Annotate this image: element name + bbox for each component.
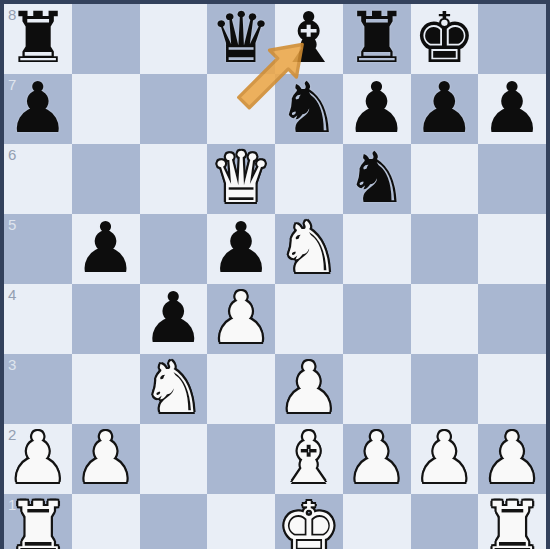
square-b7[interactable]: [72, 74, 140, 144]
square-c2[interactable]: [140, 424, 208, 494]
rank-label: 4: [8, 287, 16, 302]
chess-board: 8♜♛♝♜♚7♟♞♟♟♟6♛♞5♟♟♞4♟♟3♞♟2♟♟♝♟♟♟1a♜bcde♚…: [0, 0, 550, 549]
square-b1[interactable]: b: [72, 494, 140, 549]
square-a4[interactable]: 4: [4, 284, 72, 354]
black-pawn[interactable]: ♟: [413, 73, 476, 143]
rank-label: 6: [8, 147, 16, 162]
square-a1[interactable]: 1a♜: [4, 494, 72, 549]
black-pawn[interactable]: ♟: [74, 213, 137, 283]
black-king[interactable]: ♚: [413, 3, 476, 73]
white-bishop[interactable]: ♝: [277, 423, 340, 493]
black-pawn[interactable]: ♟: [345, 73, 408, 143]
black-knight[interactable]: ♞: [277, 73, 340, 143]
square-e5[interactable]: ♞: [275, 214, 343, 284]
square-d5[interactable]: ♟: [207, 214, 275, 284]
square-c7[interactable]: [140, 74, 208, 144]
square-g7[interactable]: ♟: [411, 74, 479, 144]
square-e3[interactable]: ♟: [275, 354, 343, 424]
square-d8[interactable]: ♛: [207, 4, 275, 74]
square-f5[interactable]: [343, 214, 411, 284]
square-g1[interactable]: g: [411, 494, 479, 549]
black-queen[interactable]: ♛: [210, 3, 273, 73]
board-grid: 8♜♛♝♜♚7♟♞♟♟♟6♛♞5♟♟♞4♟♟3♞♟2♟♟♝♟♟♟1a♜bcde♚…: [4, 4, 546, 545]
square-f2[interactable]: ♟: [343, 424, 411, 494]
black-bishop[interactable]: ♝: [277, 3, 340, 73]
square-h6[interactable]: [478, 144, 546, 214]
square-b5[interactable]: ♟: [72, 214, 140, 284]
white-pawn[interactable]: ♟: [210, 283, 273, 353]
square-c8[interactable]: [140, 4, 208, 74]
square-h4[interactable]: [478, 284, 546, 354]
square-h1[interactable]: h♜: [478, 494, 546, 549]
square-c6[interactable]: [140, 144, 208, 214]
square-c1[interactable]: c: [140, 494, 208, 549]
black-pawn[interactable]: ♟: [142, 283, 205, 353]
square-b6[interactable]: [72, 144, 140, 214]
square-b4[interactable]: [72, 284, 140, 354]
square-b8[interactable]: [72, 4, 140, 74]
square-e1[interactable]: e♚: [275, 494, 343, 549]
white-rook[interactable]: ♜: [481, 493, 544, 549]
square-e8[interactable]: ♝: [275, 4, 343, 74]
square-d3[interactable]: [207, 354, 275, 424]
white-knight[interactable]: ♞: [277, 213, 340, 283]
square-h7[interactable]: ♟: [478, 74, 546, 144]
square-a2[interactable]: 2♟: [4, 424, 72, 494]
square-f6[interactable]: ♞: [343, 144, 411, 214]
square-a6[interactable]: 6: [4, 144, 72, 214]
square-b3[interactable]: [72, 354, 140, 424]
square-f8[interactable]: ♜: [343, 4, 411, 74]
square-d1[interactable]: d: [207, 494, 275, 549]
white-knight[interactable]: ♞: [142, 353, 205, 423]
square-a8[interactable]: 8♜: [4, 4, 72, 74]
square-d6[interactable]: ♛: [207, 144, 275, 214]
square-h8[interactable]: [478, 4, 546, 74]
square-d2[interactable]: [207, 424, 275, 494]
square-a5[interactable]: 5: [4, 214, 72, 284]
square-f7[interactable]: ♟: [343, 74, 411, 144]
white-pawn[interactable]: ♟: [481, 423, 544, 493]
square-g8[interactable]: ♚: [411, 4, 479, 74]
square-h5[interactable]: [478, 214, 546, 284]
square-g6[interactable]: [411, 144, 479, 214]
square-c3[interactable]: ♞: [140, 354, 208, 424]
square-c4[interactable]: ♟: [140, 284, 208, 354]
black-pawn[interactable]: ♟: [6, 73, 69, 143]
chess-diagram-page: 8♜♛♝♜♚7♟♞♟♟♟6♛♞5♟♟♞4♟♟3♞♟2♟♟♝♟♟♟1a♜bcde♚…: [0, 0, 550, 549]
black-pawn[interactable]: ♟: [481, 73, 544, 143]
black-rook[interactable]: ♜: [6, 3, 69, 73]
rank-label: 3: [8, 357, 16, 372]
square-f3[interactable]: [343, 354, 411, 424]
white-pawn[interactable]: ♟: [413, 423, 476, 493]
square-g2[interactable]: ♟: [411, 424, 479, 494]
square-h3[interactable]: [478, 354, 546, 424]
white-rook[interactable]: ♜: [6, 493, 69, 549]
square-h2[interactable]: ♟: [478, 424, 546, 494]
rank-label: 5: [8, 217, 16, 232]
white-pawn[interactable]: ♟: [345, 423, 408, 493]
square-d7[interactable]: [207, 74, 275, 144]
black-pawn[interactable]: ♟: [210, 213, 273, 283]
white-pawn[interactable]: ♟: [277, 353, 340, 423]
square-g4[interactable]: [411, 284, 479, 354]
white-king[interactable]: ♚: [277, 493, 340, 549]
white-queen[interactable]: ♛: [210, 143, 273, 213]
square-e4[interactable]: [275, 284, 343, 354]
square-e2[interactable]: ♝: [275, 424, 343, 494]
square-g5[interactable]: [411, 214, 479, 284]
square-c5[interactable]: [140, 214, 208, 284]
square-a3[interactable]: 3: [4, 354, 72, 424]
square-a7[interactable]: 7♟: [4, 74, 72, 144]
square-d4[interactable]: ♟: [207, 284, 275, 354]
square-f1[interactable]: f: [343, 494, 411, 549]
square-e7[interactable]: ♞: [275, 74, 343, 144]
square-g3[interactable]: [411, 354, 479, 424]
square-b2[interactable]: ♟: [72, 424, 140, 494]
black-knight[interactable]: ♞: [345, 143, 408, 213]
square-e6[interactable]: [275, 144, 343, 214]
white-pawn[interactable]: ♟: [6, 423, 69, 493]
white-pawn[interactable]: ♟: [74, 423, 137, 493]
black-rook[interactable]: ♜: [345, 3, 408, 73]
square-f4[interactable]: [343, 284, 411, 354]
